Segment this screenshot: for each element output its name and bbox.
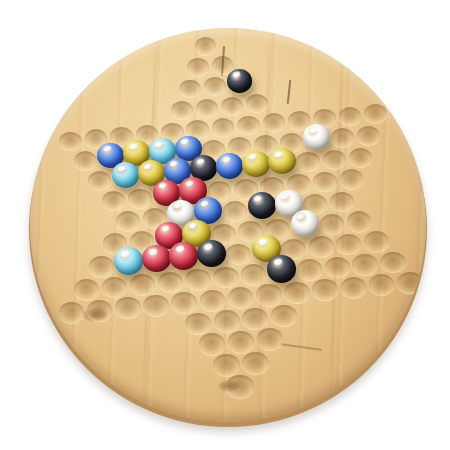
board-hole[interactable] — [187, 58, 208, 76]
board-hole[interactable] — [364, 104, 387, 123]
board-hole[interactable] — [74, 279, 99, 300]
board-hole[interactable] — [226, 375, 253, 398]
board-hole[interactable] — [380, 252, 405, 273]
board-hole[interactable] — [213, 267, 238, 288]
board-hole[interactable] — [340, 169, 364, 189]
board-hole[interactable] — [223, 201, 247, 221]
board-hole[interactable] — [309, 236, 334, 257]
board-hole[interactable] — [341, 277, 367, 298]
board-hole[interactable] — [221, 97, 243, 115]
marble-red[interactable] — [142, 245, 171, 273]
board-hole[interactable] — [347, 211, 372, 231]
board-hole[interactable] — [212, 56, 233, 74]
board-hole[interactable] — [214, 310, 240, 332]
board-hole[interactable] — [325, 257, 350, 278]
board-hole[interactable] — [297, 259, 322, 280]
board-hole[interactable] — [59, 132, 82, 151]
board-hole[interactable] — [364, 231, 389, 252]
marble-yellow[interactable] — [242, 151, 269, 177]
board-hole[interactable] — [128, 189, 152, 209]
chinese-checkers-board[interactable] — [30, 28, 426, 422]
board-hole[interactable] — [200, 290, 226, 311]
photo-scene — [0, 0, 450, 450]
board-hole[interactable] — [74, 151, 97, 170]
board-hole[interactable] — [204, 77, 226, 95]
board-hole[interactable] — [263, 113, 286, 132]
board-hole[interactable] — [331, 128, 354, 147]
marble-light-blue[interactable] — [114, 247, 143, 275]
board-hole[interactable] — [196, 99, 218, 117]
marble-black[interactable] — [267, 255, 296, 283]
board-hole[interactable] — [320, 214, 345, 234]
board-hole[interactable] — [228, 331, 255, 353]
board-hole[interactable] — [357, 126, 380, 145]
board-hole[interactable] — [87, 300, 113, 321]
board-hole[interactable] — [89, 256, 114, 277]
board-hole[interactable] — [171, 101, 193, 119]
board-hole[interactable] — [116, 211, 140, 231]
board-hole[interactable] — [115, 297, 141, 318]
board-hole[interactable] — [352, 254, 377, 275]
marble-black[interactable] — [248, 192, 276, 219]
board-hole[interactable] — [323, 150, 346, 169]
board-hole[interactable] — [213, 354, 240, 376]
board-hole[interactable] — [212, 118, 235, 137]
board-hole[interactable] — [143, 295, 169, 316]
board-hole[interactable] — [195, 37, 216, 54]
board-hole[interactable] — [241, 264, 266, 285]
marble-white[interactable] — [291, 210, 320, 237]
board-hole[interactable] — [349, 148, 372, 167]
board-hole[interactable] — [237, 116, 260, 135]
board-hole[interactable] — [185, 269, 210, 290]
board-hole[interactable] — [296, 152, 319, 171]
marble-white[interactable] — [303, 124, 330, 150]
board-hole[interactable] — [158, 272, 183, 293]
board-hole[interactable] — [284, 282, 310, 303]
marble-yellow[interactable] — [268, 148, 295, 174]
board-hole[interactable] — [256, 284, 282, 305]
board-hole[interactable] — [242, 352, 269, 374]
board-hole[interactable] — [88, 171, 111, 190]
board-hole[interactable] — [130, 274, 155, 295]
marble-red[interactable] — [169, 242, 198, 270]
marble-black[interactable] — [197, 240, 226, 268]
board-hole[interactable] — [257, 328, 284, 350]
